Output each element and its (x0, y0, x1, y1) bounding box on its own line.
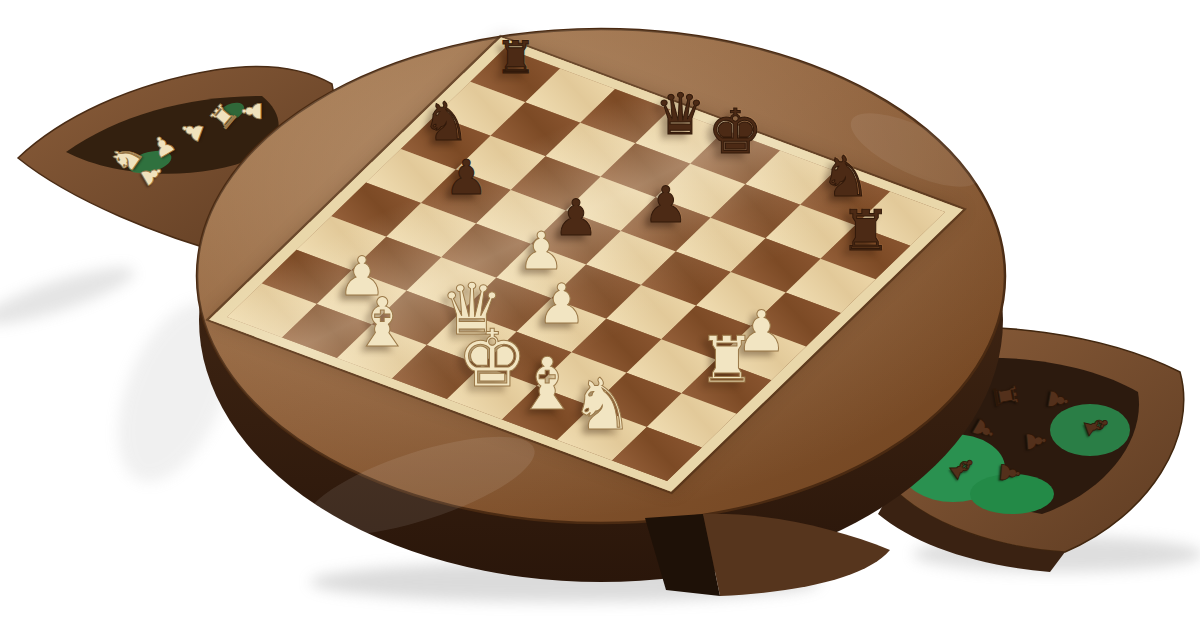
piece-white-bishop-c1: ♝ (351, 291, 412, 356)
piece-dark-king-e8: ♚ (707, 102, 763, 161)
piece-dark-pawn-e6: ♟ (643, 181, 688, 228)
piece-dark-pawn-b5: ♟ (444, 155, 487, 201)
piece-white-pawn-d4: ♟ (518, 226, 565, 275)
piece-white-pawn-e3: ♟ (537, 277, 586, 329)
piece-white-knight-g1: ♞ (570, 370, 634, 437)
piece-white-rook-h3: ♜ (698, 330, 755, 391)
piece-dark-rook-a8: ♜ (495, 36, 535, 79)
piece-dark-queen-d8: ♛ (655, 86, 706, 140)
piece-dark-knight-g8: ♞ (820, 149, 870, 202)
piece-dark-rook-h7: ♜ (840, 203, 890, 256)
left-drawer-shadow (0, 257, 139, 335)
piece-dark-knight-a6: ♞ (422, 96, 470, 146)
drawer-front-panel (703, 514, 890, 596)
product-photo-round-chess-box: Round wooden magnetic travel chess set, … (0, 0, 1200, 617)
right-drawer-felt-2 (1050, 404, 1130, 456)
right-drawer-felt-3 (970, 474, 1054, 514)
